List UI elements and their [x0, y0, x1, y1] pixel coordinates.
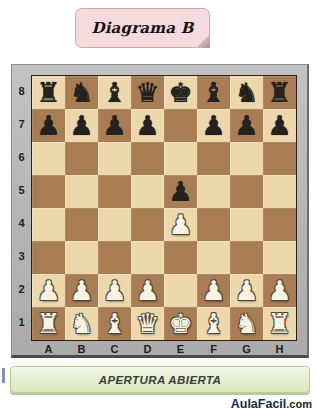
square-h2: ♟ [263, 274, 296, 307]
square-e5: ♟ [164, 175, 197, 208]
square-h7: ♟ [263, 109, 296, 142]
square-d5 [131, 175, 164, 208]
black-knight: ♞ [234, 76, 258, 109]
file-label-a: A [32, 342, 65, 356]
square-c3 [98, 241, 131, 274]
square-f5 [197, 175, 230, 208]
square-g5 [230, 175, 263, 208]
white-rook: ♜ [36, 307, 60, 340]
square-e8: ♚ [164, 76, 197, 109]
square-b5 [65, 175, 98, 208]
square-d7: ♟ [131, 109, 164, 142]
square-g8: ♞ [230, 76, 263, 109]
square-a4 [32, 208, 65, 241]
square-h4 [263, 208, 296, 241]
black-rook: ♜ [267, 76, 291, 109]
black-pawn: ♟ [234, 109, 258, 142]
square-f3 [197, 241, 230, 274]
site-watermark: AulaFacil.com [231, 394, 312, 409]
square-e1: ♚ [164, 307, 197, 340]
square-b3 [65, 241, 98, 274]
square-b4 [65, 208, 98, 241]
square-c2: ♟ [98, 274, 131, 307]
square-f6 [197, 142, 230, 175]
diagram-title: Diagrama B [75, 8, 210, 48]
square-h1: ♜ [263, 307, 296, 340]
file-label-b: B [65, 342, 98, 356]
square-d2: ♟ [131, 274, 164, 307]
white-pawn: ♟ [168, 208, 192, 241]
black-pawn: ♟ [69, 109, 93, 142]
rank-label-3: 3 [12, 240, 31, 273]
square-a6 [32, 142, 65, 175]
white-pawn: ♟ [102, 274, 126, 307]
square-a5 [32, 175, 65, 208]
square-f4 [197, 208, 230, 241]
brand-name: AulaFacil [231, 397, 287, 409]
square-c1: ♝ [98, 307, 131, 340]
square-f1: ♝ [197, 307, 230, 340]
file-label-h: H [263, 342, 296, 356]
rank-label-1: 1 [12, 306, 31, 339]
square-c7: ♟ [98, 109, 131, 142]
white-bishop: ♝ [201, 307, 225, 340]
rank-label-2: 2 [12, 273, 31, 306]
rank-labels: 87654321 [12, 75, 31, 339]
rank-label-6: 6 [12, 141, 31, 174]
white-pawn: ♟ [135, 274, 159, 307]
file-label-d: D [131, 342, 164, 356]
square-f7: ♟ [197, 109, 230, 142]
chess-board-frame: 87654321 ♜♞♝♛♚♝♞♜♟♟♟♟♟♟♟♟♟♟♟♟♟♟♟♟♜♞♝♛♚♝♞… [11, 64, 309, 358]
square-e4: ♟ [164, 208, 197, 241]
opening-name-banner: APERTURA ABIERTA [10, 366, 310, 393]
opening-name-label: APERTURA ABIERTA [99, 374, 221, 386]
square-a2: ♟ [32, 274, 65, 307]
square-h8: ♜ [263, 76, 296, 109]
black-bishop: ♝ [102, 76, 126, 109]
square-g6 [230, 142, 263, 175]
square-f8: ♝ [197, 76, 230, 109]
black-pawn: ♟ [36, 109, 60, 142]
square-g4 [230, 208, 263, 241]
white-bishop: ♝ [102, 307, 126, 340]
black-queen: ♛ [135, 76, 159, 109]
black-bishop: ♝ [201, 76, 225, 109]
square-h5 [263, 175, 296, 208]
square-c5 [98, 175, 131, 208]
white-king: ♚ [168, 307, 192, 340]
page: Diagrama B 87654321 ♜♞♝♛♚♝♞♜♟♟♟♟♟♟♟♟♟♟♟♟… [0, 0, 319, 409]
square-b7: ♟ [65, 109, 98, 142]
square-b8: ♞ [65, 76, 98, 109]
square-d1: ♛ [131, 307, 164, 340]
square-a8: ♜ [32, 76, 65, 109]
white-pawn: ♟ [267, 274, 291, 307]
text-cursor-mark [2, 368, 5, 383]
white-pawn: ♟ [201, 274, 225, 307]
square-f2: ♟ [197, 274, 230, 307]
board: ♜♞♝♛♚♝♞♜♟♟♟♟♟♟♟♟♟♟♟♟♟♟♟♟♜♞♝♛♚♝♞♜ [31, 75, 297, 341]
square-e2 [164, 274, 197, 307]
square-b2: ♟ [65, 274, 98, 307]
file-label-g: G [230, 342, 263, 356]
file-label-f: F [197, 342, 230, 356]
brand-domain: .com [286, 398, 312, 409]
black-pawn: ♟ [201, 109, 225, 142]
black-knight: ♞ [69, 76, 93, 109]
white-pawn: ♟ [36, 274, 60, 307]
square-c8: ♝ [98, 76, 131, 109]
square-c4 [98, 208, 131, 241]
square-b1: ♞ [65, 307, 98, 340]
square-g2: ♟ [230, 274, 263, 307]
square-d8: ♛ [131, 76, 164, 109]
square-d6 [131, 142, 164, 175]
black-pawn: ♟ [267, 109, 291, 142]
square-b6 [65, 142, 98, 175]
square-e7 [164, 109, 197, 142]
square-a1: ♜ [32, 307, 65, 340]
black-rook: ♜ [36, 76, 60, 109]
white-pawn: ♟ [69, 274, 93, 307]
square-c6 [98, 142, 131, 175]
white-pawn: ♟ [234, 274, 258, 307]
title-card: Diagrama B [75, 8, 210, 48]
black-pawn: ♟ [135, 109, 159, 142]
white-rook: ♜ [267, 307, 291, 340]
square-h6 [263, 142, 296, 175]
square-d3 [131, 241, 164, 274]
square-a7: ♟ [32, 109, 65, 142]
square-h3 [263, 241, 296, 274]
white-queen: ♛ [135, 307, 159, 340]
square-a3 [32, 241, 65, 274]
white-knight: ♞ [69, 307, 93, 340]
square-g1: ♞ [230, 307, 263, 340]
square-e6 [164, 142, 197, 175]
rank-label-5: 5 [12, 174, 31, 207]
rank-label-4: 4 [12, 207, 31, 240]
square-d4 [131, 208, 164, 241]
square-g3 [230, 241, 263, 274]
file-label-e: E [164, 342, 197, 356]
black-pawn: ♟ [168, 175, 192, 208]
rank-label-7: 7 [12, 108, 31, 141]
file-label-c: C [98, 342, 131, 356]
white-knight: ♞ [234, 307, 258, 340]
square-g7: ♟ [230, 109, 263, 142]
square-e3 [164, 241, 197, 274]
black-pawn: ♟ [102, 109, 126, 142]
rank-label-8: 8 [12, 75, 31, 108]
black-king: ♚ [168, 76, 192, 109]
file-labels: ABCDEFGH [32, 342, 296, 356]
